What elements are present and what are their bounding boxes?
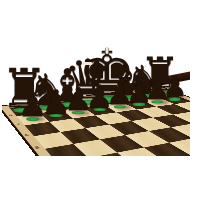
chess-set-photo: 87654321abcdefgh ♜♞♝♛♚♝♞♜♟♟♟♟♟♟♟♟ <box>0 0 200 200</box>
chess-board: 87654321abcdefgh <box>2 87 190 156</box>
file-label-d: d <box>78 97 83 99</box>
crown-tip-king <box>106 47 109 54</box>
photo-area: 87654321abcdefgh ♜♞♝♛♚♝♞♜♟♟♟♟♟♟♟♟ <box>2 40 190 156</box>
rank-label-7: 7 <box>15 123 21 126</box>
file-label-c: c <box>58 100 63 102</box>
crown-tip-queen <box>83 62 92 65</box>
rank-label-8: 8 <box>8 114 13 116</box>
rank-label-5: 5 <box>34 146 41 150</box>
rank-label-6: 6 <box>24 134 30 137</box>
